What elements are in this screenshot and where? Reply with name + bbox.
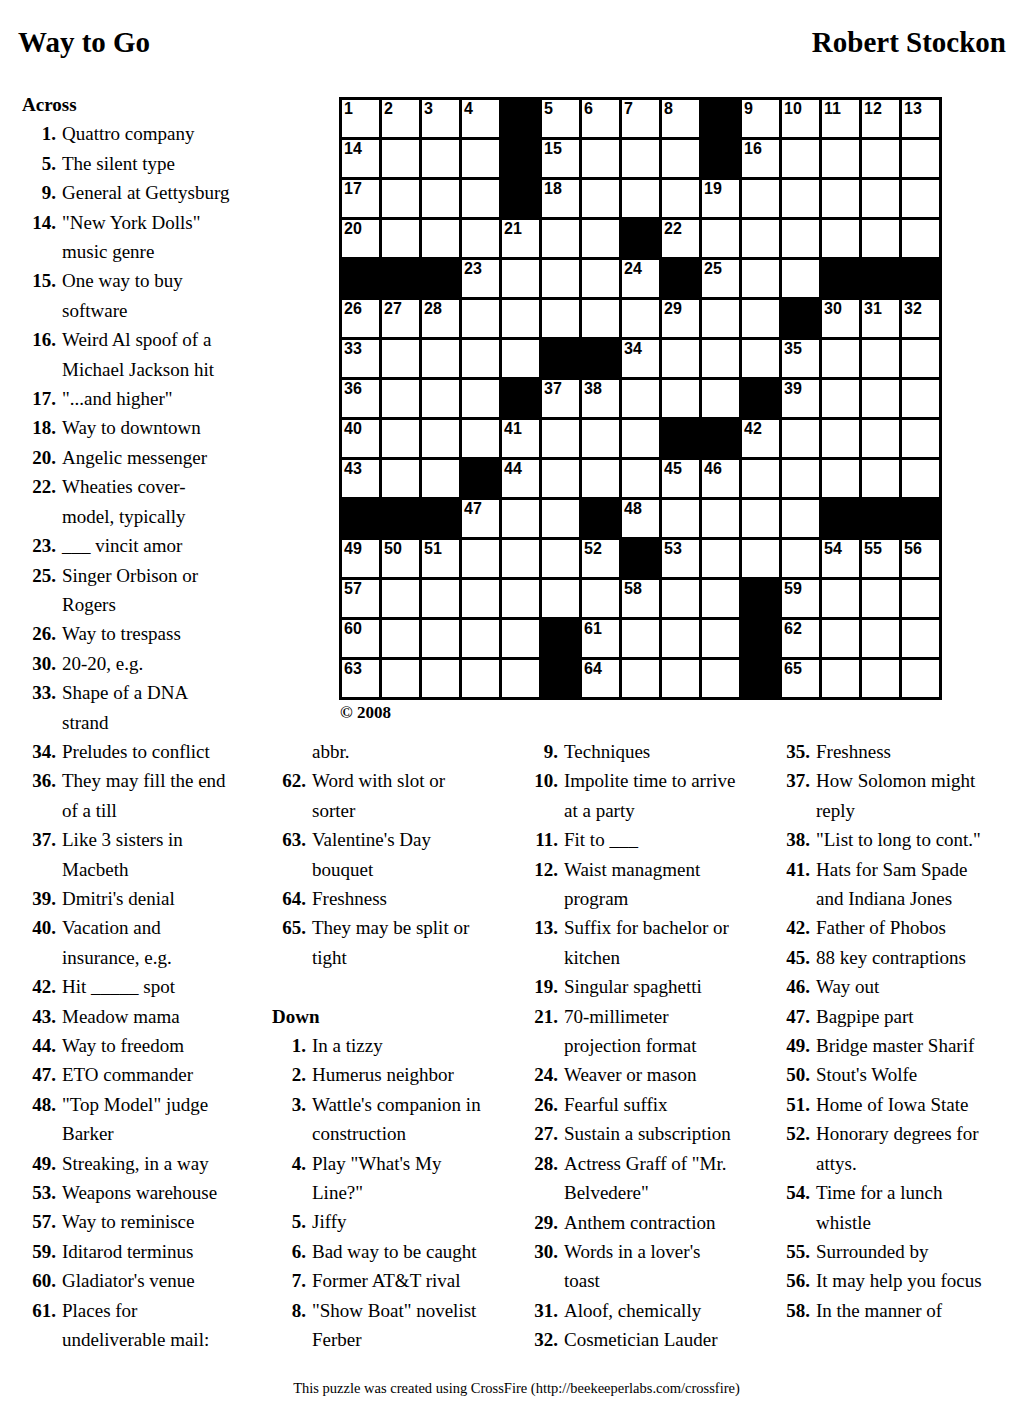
- cell-r13c1[interactable]: 57: [342, 580, 379, 617]
- clue-text: Way out: [816, 976, 879, 997]
- clue-number: 34.: [22, 737, 56, 766]
- cell-number-12: 12: [864, 101, 882, 117]
- cell-r9c2[interactable]: [382, 420, 419, 457]
- cell-r7c15[interactable]: [902, 340, 939, 377]
- cell-r8c9[interactable]: [662, 380, 699, 417]
- clue-text: Sustain a subscription: [564, 1123, 731, 1144]
- across-clue-43: 43.Meadow mama: [22, 1002, 272, 1031]
- down-clue-55: 55.Surrounded by: [776, 1237, 1028, 1266]
- clue-text: 20-20, e.g.: [62, 653, 143, 674]
- cell-r10c15[interactable]: [902, 460, 939, 497]
- cell-number-28: 28: [424, 301, 442, 317]
- cell-r4c5[interactable]: 21: [502, 220, 539, 257]
- clue-text: One way to buy software: [62, 270, 183, 320]
- cell-r14c12[interactable]: 62: [782, 620, 819, 657]
- cell-r15c7[interactable]: 64: [582, 660, 619, 697]
- cell-r8c8[interactable]: [622, 380, 659, 417]
- cell-r10c7[interactable]: [582, 460, 619, 497]
- cell-r9c3[interactable]: [422, 420, 459, 457]
- cell-r4c4[interactable]: [462, 220, 499, 257]
- cell-r14c5[interactable]: [502, 620, 539, 657]
- clue-number: 64.: [272, 884, 306, 913]
- across-heading: Across: [22, 90, 272, 119]
- clue-number: 65.: [272, 913, 306, 942]
- cell-r11c8[interactable]: 48: [622, 500, 659, 537]
- cell-r12c12[interactable]: [782, 540, 819, 577]
- clue-text: They may be split or tight: [312, 917, 469, 967]
- cell-number-10: 10: [784, 101, 802, 117]
- down-clue-42: 42.Father of Phobos: [776, 913, 1028, 942]
- cell-r9c14[interactable]: [862, 420, 899, 457]
- cell-r2c1[interactable]: 14: [342, 140, 379, 177]
- across-clue-44: 44.Way to freedom: [22, 1031, 272, 1060]
- cell-r2c3[interactable]: [422, 140, 459, 177]
- clue-number: 16.: [22, 325, 56, 354]
- cell-r1c1[interactable]: 1: [342, 100, 379, 137]
- cell-r1c2[interactable]: 2: [382, 100, 419, 137]
- cell-r2c11[interactable]: 16: [742, 140, 779, 177]
- cell-number-52: 52: [584, 541, 602, 557]
- cell-r8c3[interactable]: [422, 380, 459, 417]
- clue-text: Waist managment program: [564, 859, 700, 909]
- cell-r15c4[interactable]: [462, 660, 499, 697]
- cell-number-31: 31: [864, 301, 882, 317]
- cell-r6c10[interactable]: [702, 300, 739, 337]
- black-cell-r2c5: [502, 140, 539, 177]
- clue-number: 30.: [22, 649, 56, 678]
- down-clue-5: 5.Jiffy: [272, 1207, 522, 1236]
- cell-r14c2[interactable]: [382, 620, 419, 657]
- cell-r15c14[interactable]: [862, 660, 899, 697]
- cell-r10c10[interactable]: 46: [702, 460, 739, 497]
- cell-r3c1[interactable]: 17: [342, 180, 379, 217]
- cell-r10c12[interactable]: [782, 460, 819, 497]
- across-clue-63: 63.Valentine's Day bouquet: [272, 825, 522, 884]
- cell-r6c4[interactable]: [462, 300, 499, 337]
- clue-text: Shape of a DNA strand: [62, 682, 188, 732]
- cell-r5c8[interactable]: 24: [622, 260, 659, 297]
- cell-r12c4[interactable]: [462, 540, 499, 577]
- black-cell-r11c14: [862, 500, 899, 537]
- cell-r6c5[interactable]: [502, 300, 539, 337]
- clue-text: Bagpipe part: [816, 1006, 914, 1027]
- clue-number: 26.: [524, 1090, 558, 1119]
- clue-number: 60.: [22, 1266, 56, 1295]
- cell-number-24: 24: [624, 261, 642, 277]
- cell-r5c12[interactable]: [782, 260, 819, 297]
- cell-r1c7[interactable]: 6: [582, 100, 619, 137]
- down-clue-54: 54.Time for a lunch whistle: [776, 1178, 1028, 1237]
- cell-r4c11[interactable]: [742, 220, 779, 257]
- cell-r12c14[interactable]: 55: [862, 540, 899, 577]
- cell-r9c15[interactable]: [902, 420, 939, 457]
- clue-number: 24.: [524, 1060, 558, 1089]
- clue-text: Wheaties cover- model, typically: [62, 476, 186, 526]
- cell-r13c13[interactable]: [822, 580, 859, 617]
- cell-r2c7[interactable]: [582, 140, 619, 177]
- cell-number-7: 7: [624, 101, 633, 117]
- cell-r8c14[interactable]: [862, 380, 899, 417]
- cell-r10c3[interactable]: [422, 460, 459, 497]
- cell-r13c9[interactable]: [662, 580, 699, 617]
- cell-r7c3[interactable]: [422, 340, 459, 377]
- cell-r12c9[interactable]: 53: [662, 540, 699, 577]
- cell-r10c13[interactable]: [822, 460, 859, 497]
- cell-r3c14[interactable]: [862, 180, 899, 217]
- cell-r13c14[interactable]: [862, 580, 899, 617]
- clue-number: 28.: [524, 1149, 558, 1178]
- black-cell-r15c11: [742, 660, 779, 697]
- cell-r10c2[interactable]: [382, 460, 419, 497]
- clue-number: 43.: [22, 1002, 56, 1031]
- cell-r3c2[interactable]: [382, 180, 419, 217]
- cell-r12c3[interactable]: 51: [422, 540, 459, 577]
- cell-r3c15[interactable]: [902, 180, 939, 217]
- cell-r14c4[interactable]: [462, 620, 499, 657]
- cell-r8c7[interactable]: 38: [582, 380, 619, 417]
- cell-r9c6[interactable]: [542, 420, 579, 457]
- down-clue-47: 47.Bagpipe part: [776, 1002, 1028, 1031]
- clue-text: Home of Iowa State: [816, 1094, 968, 1115]
- cell-r4c9[interactable]: 22: [662, 220, 699, 257]
- clue-number: 52.: [776, 1119, 810, 1148]
- cell-r4c12[interactable]: [782, 220, 819, 257]
- cell-number-6: 6: [584, 101, 593, 117]
- cell-r3c4[interactable]: [462, 180, 499, 217]
- cell-r7c12[interactable]: 35: [782, 340, 819, 377]
- clue-text: Angelic messenger: [62, 447, 207, 468]
- cell-r15c5[interactable]: [502, 660, 539, 697]
- black-cell-r5c1: [342, 260, 379, 297]
- cell-r9c11[interactable]: 42: [742, 420, 779, 457]
- down-clue-1: 1.In a tizzy: [272, 1031, 522, 1060]
- cell-r13c4[interactable]: [462, 580, 499, 617]
- cell-r3c3[interactable]: [422, 180, 459, 217]
- cell-r7c8[interactable]: 34: [622, 340, 659, 377]
- cell-r2c9[interactable]: [662, 140, 699, 177]
- down-clue-58: 58.In the manner of: [776, 1296, 1028, 1325]
- black-cell-r11c2: [382, 500, 419, 537]
- cell-r13c6[interactable]: [542, 580, 579, 617]
- cell-r7c10[interactable]: [702, 340, 739, 377]
- cell-r15c8[interactable]: [622, 660, 659, 697]
- clue-text: Father of Phobos: [816, 917, 946, 938]
- cell-r9c13[interactable]: [822, 420, 859, 457]
- cell-number-26: 26: [344, 301, 362, 317]
- cell-r6c11[interactable]: [742, 300, 779, 337]
- cell-r7c14[interactable]: [862, 340, 899, 377]
- across-clue-18: 18.Way to downtown: [22, 413, 272, 442]
- cell-r14c14[interactable]: [862, 620, 899, 657]
- cell-r12c7[interactable]: 52: [582, 540, 619, 577]
- cell-r13c12[interactable]: 59: [782, 580, 819, 617]
- cell-r1c15[interactable]: 13: [902, 100, 939, 137]
- clue-number: 30.: [524, 1237, 558, 1266]
- cell-r14c10[interactable]: [702, 620, 739, 657]
- clue-number: 63.: [272, 825, 306, 854]
- cell-r5c6[interactable]: [542, 260, 579, 297]
- cell-r10c14[interactable]: [862, 460, 899, 497]
- clue-number: 1.: [272, 1031, 306, 1060]
- clue-text: Wattle's companion in construction: [312, 1094, 481, 1144]
- cell-r13c7[interactable]: [582, 580, 619, 617]
- black-cell-r11c13: [822, 500, 859, 537]
- clue-number: 41.: [776, 855, 810, 884]
- cell-r6c7[interactable]: [582, 300, 619, 337]
- cell-r15c10[interactable]: [702, 660, 739, 697]
- down-clue-10: 10.Impolite time to arrive at a party: [524, 766, 776, 825]
- cell-r2c12[interactable]: [782, 140, 819, 177]
- across-clue-53: 53.Weapons warehouse: [22, 1178, 272, 1207]
- cell-number-19: 19: [704, 181, 722, 197]
- clue-text: Impolite time to arrive at a party: [564, 770, 735, 820]
- cell-r5c4[interactable]: 23: [462, 260, 499, 297]
- cell-r15c15[interactable]: [902, 660, 939, 697]
- cell-r13c8[interactable]: 58: [622, 580, 659, 617]
- cell-r6c9[interactable]: 29: [662, 300, 699, 337]
- down-heading: Down: [272, 1002, 522, 1031]
- cell-r7c2[interactable]: [382, 340, 419, 377]
- clue-number: 48.: [22, 1090, 56, 1119]
- cell-r2c15[interactable]: [902, 140, 939, 177]
- cell-number-45: 45: [664, 461, 682, 477]
- cell-r12c6[interactable]: [542, 540, 579, 577]
- cell-r15c3[interactable]: [422, 660, 459, 697]
- cell-r11c12[interactable]: [782, 500, 819, 537]
- cell-r3c7[interactable]: [582, 180, 619, 217]
- cell-r11c9[interactable]: [662, 500, 699, 537]
- clue-number: 31.: [524, 1296, 558, 1325]
- cell-r7c4[interactable]: [462, 340, 499, 377]
- cell-r4c6[interactable]: [542, 220, 579, 257]
- cell-r14c15[interactable]: [902, 620, 939, 657]
- cell-r1c8[interactable]: 7: [622, 100, 659, 137]
- cell-r8c1[interactable]: 36: [342, 380, 379, 417]
- cell-r8c2[interactable]: [382, 380, 419, 417]
- cell-r6c14[interactable]: 31: [862, 300, 899, 337]
- cell-r1c9[interactable]: 8: [662, 100, 699, 137]
- down-clue-46: 46.Way out: [776, 972, 1028, 1001]
- clue-text: Way to freedom: [62, 1035, 184, 1056]
- clue-text: Streaking, in a way: [62, 1153, 209, 1174]
- cell-r13c2[interactable]: [382, 580, 419, 617]
- cell-r9c8[interactable]: [622, 420, 659, 457]
- cell-r6c13[interactable]: 30: [822, 300, 859, 337]
- clue-number: 27.: [524, 1119, 558, 1148]
- cell-r11c5[interactable]: [502, 500, 539, 537]
- cell-r6c6[interactable]: [542, 300, 579, 337]
- down-clue-50: 50.Stout's Wolfe: [776, 1060, 1028, 1089]
- cell-r10c11[interactable]: [742, 460, 779, 497]
- clue-number: 49.: [22, 1149, 56, 1178]
- cell-r6c15[interactable]: 32: [902, 300, 939, 337]
- down-clue-28: 28.Actress Graff of "Mr. Belvedere": [524, 1149, 776, 1208]
- cell-r6c3[interactable]: 28: [422, 300, 459, 337]
- cell-r2c4[interactable]: [462, 140, 499, 177]
- cell-r12c1[interactable]: 49: [342, 540, 379, 577]
- cell-r8c15[interactable]: [902, 380, 939, 417]
- cell-r9c1[interactable]: 40: [342, 420, 379, 457]
- cell-r13c10[interactable]: [702, 580, 739, 617]
- clue-text: 88 key contraptions: [816, 947, 966, 968]
- cell-r1c3[interactable]: 3: [422, 100, 459, 137]
- clue-number: 26.: [22, 619, 56, 648]
- cell-r3c11[interactable]: [742, 180, 779, 217]
- cell-r10c8[interactable]: [622, 460, 659, 497]
- cell-number-46: 46: [704, 461, 722, 477]
- cell-r1c4[interactable]: 4: [462, 100, 499, 137]
- cell-number-38: 38: [584, 381, 602, 397]
- cell-r5c5[interactable]: [502, 260, 539, 297]
- cell-r10c9[interactable]: 45: [662, 460, 699, 497]
- cell-r11c10[interactable]: [702, 500, 739, 537]
- cell-r3c13[interactable]: [822, 180, 859, 217]
- cell-r13c15[interactable]: [902, 580, 939, 617]
- cell-r15c13[interactable]: [822, 660, 859, 697]
- cell-r2c14[interactable]: [862, 140, 899, 177]
- down-clue-3: 3.Wattle's companion in construction: [272, 1090, 522, 1149]
- black-cell-r11c15: [902, 500, 939, 537]
- cell-r15c2[interactable]: [382, 660, 419, 697]
- cell-r3c10[interactable]: 19: [702, 180, 739, 217]
- cell-r4c1[interactable]: 20: [342, 220, 379, 257]
- clue-number: 58.: [776, 1296, 810, 1325]
- cell-number-60: 60: [344, 621, 362, 637]
- clue-text: Quattro company: [62, 123, 194, 144]
- cell-r12c10[interactable]: [702, 540, 739, 577]
- cell-number-65: 65: [784, 661, 802, 677]
- cell-r1c14[interactable]: 12: [862, 100, 899, 137]
- clue-number: 42.: [776, 913, 810, 942]
- cell-r7c5[interactable]: [502, 340, 539, 377]
- across-clue-39: 39.Dmitri's denial: [22, 884, 272, 913]
- cell-r1c12[interactable]: 10: [782, 100, 819, 137]
- clue-number: 44.: [22, 1031, 56, 1060]
- cell-r10c1[interactable]: 43: [342, 460, 379, 497]
- cell-r5c7[interactable]: [582, 260, 619, 297]
- cell-r13c5[interactable]: [502, 580, 539, 617]
- cell-r4c3[interactable]: [422, 220, 459, 257]
- cell-r12c2[interactable]: 50: [382, 540, 419, 577]
- cell-r5c10[interactable]: 25: [702, 260, 739, 297]
- clue-number: 6.: [272, 1237, 306, 1266]
- cell-r2c2[interactable]: [382, 140, 419, 177]
- cell-r6c2[interactable]: 27: [382, 300, 419, 337]
- clue-column-4: 35.Freshness37.How Solomon might reply38…: [776, 737, 1028, 1325]
- cell-r6c8[interactable]: [622, 300, 659, 337]
- across-clue-23: 23.___ vincit amor: [22, 531, 272, 560]
- across-clue-17: 17."...and higher": [22, 384, 272, 413]
- cell-r10c5[interactable]: 44: [502, 460, 539, 497]
- cell-r8c12[interactable]: 39: [782, 380, 819, 417]
- cell-r10c6[interactable]: [542, 460, 579, 497]
- cell-number-42: 42: [744, 421, 762, 437]
- cell-r1c13[interactable]: 11: [822, 100, 859, 137]
- down-clue-51: 51.Home of Iowa State: [776, 1090, 1028, 1119]
- cell-number-22: 22: [664, 221, 682, 237]
- clue-number: 8.: [272, 1296, 306, 1325]
- cell-r14c1[interactable]: 60: [342, 620, 379, 657]
- cell-r7c11[interactable]: [742, 340, 779, 377]
- cell-r15c9[interactable]: [662, 660, 699, 697]
- cell-r14c3[interactable]: [422, 620, 459, 657]
- cell-r12c5[interactable]: [502, 540, 539, 577]
- cell-r8c13[interactable]: [822, 380, 859, 417]
- cell-number-5: 5: [544, 101, 553, 117]
- cell-r3c12[interactable]: [782, 180, 819, 217]
- cell-r14c13[interactable]: [822, 620, 859, 657]
- clue-text: In a tizzy: [312, 1035, 383, 1056]
- cell-r4c15[interactable]: [902, 220, 939, 257]
- cell-r11c11[interactable]: [742, 500, 779, 537]
- cell-r8c6[interactable]: 37: [542, 380, 579, 417]
- cell-r2c6[interactable]: 15: [542, 140, 579, 177]
- cell-r1c6[interactable]: 5: [542, 100, 579, 137]
- cell-r4c10[interactable]: [702, 220, 739, 257]
- clue-number: 13.: [524, 913, 558, 942]
- cell-r2c13[interactable]: [822, 140, 859, 177]
- cell-r14c8[interactable]: [622, 620, 659, 657]
- clue-text: Aloof, chemically: [564, 1300, 701, 1321]
- cell-r8c4[interactable]: [462, 380, 499, 417]
- cell-r3c9[interactable]: [662, 180, 699, 217]
- cell-r4c14[interactable]: [862, 220, 899, 257]
- cell-r7c1[interactable]: 33: [342, 340, 379, 377]
- cell-r3c8[interactable]: [622, 180, 659, 217]
- cell-r6c1[interactable]: 26: [342, 300, 379, 337]
- cell-r4c13[interactable]: [822, 220, 859, 257]
- cell-r12c15[interactable]: 56: [902, 540, 939, 577]
- clue-number: 25.: [22, 561, 56, 590]
- cell-r4c7[interactable]: [582, 220, 619, 257]
- cell-r12c11[interactable]: [742, 540, 779, 577]
- cell-r9c7[interactable]: [582, 420, 619, 457]
- black-cell-r5c3: [422, 260, 459, 297]
- cell-r9c12[interactable]: [782, 420, 819, 457]
- cell-r14c9[interactable]: [662, 620, 699, 657]
- across-clue-59: 59.Iditarod terminus: [22, 1237, 272, 1266]
- clue-text: They may fill the end of a till: [62, 770, 226, 820]
- cell-number-20: 20: [344, 221, 362, 237]
- cell-r14c7[interactable]: 61: [582, 620, 619, 657]
- cell-r3c6[interactable]: 18: [542, 180, 579, 217]
- column-gap: [272, 972, 522, 1001]
- cell-r7c13[interactable]: [822, 340, 859, 377]
- cell-r12c13[interactable]: 54: [822, 540, 859, 577]
- cell-r8c10[interactable]: [702, 380, 739, 417]
- black-cell-r1c5: [502, 100, 539, 137]
- black-cell-r9c9: [662, 420, 699, 457]
- cell-r13c3[interactable]: [422, 580, 459, 617]
- cell-r11c4[interactable]: 47: [462, 500, 499, 537]
- cell-number-4: 4: [464, 101, 473, 117]
- cell-r7c9[interactable]: [662, 340, 699, 377]
- cell-r15c12[interactable]: 65: [782, 660, 819, 697]
- across-clue-9: 9.General at Gettysburg: [22, 178, 272, 207]
- cell-r1c11[interactable]: 9: [742, 100, 779, 137]
- cell-r5c11[interactable]: [742, 260, 779, 297]
- clue-text: Fearful suffix: [564, 1094, 668, 1115]
- cell-r11c6[interactable]: [542, 500, 579, 537]
- cell-r15c1[interactable]: 63: [342, 660, 379, 697]
- across-clue-57: 57.Way to reminisce: [22, 1207, 272, 1236]
- down-clue-11: 11.Fit to ___: [524, 825, 776, 854]
- cell-r9c4[interactable]: [462, 420, 499, 457]
- cell-number-13: 13: [904, 101, 922, 117]
- cell-r9c5[interactable]: 41: [502, 420, 539, 457]
- cell-r2c8[interactable]: [622, 140, 659, 177]
- cell-r4c2[interactable]: [382, 220, 419, 257]
